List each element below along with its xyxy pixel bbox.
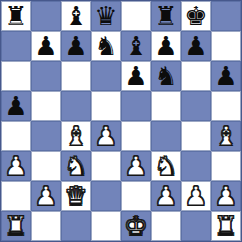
piece-white-pawn: ♟ [184,181,207,211]
piece-black-pawn: ♟ [184,31,207,61]
square-g5[interactable] [181,91,211,121]
piece-black-bishop: ♝ [124,31,147,61]
square-g7[interactable]: ♟ [181,31,211,61]
square-f5[interactable] [151,91,181,121]
square-c5[interactable] [61,91,91,121]
square-d3[interactable] [91,151,121,181]
piece-black-rook: ♜ [154,1,177,31]
square-f4[interactable] [151,121,181,151]
square-a6[interactable] [1,61,31,91]
piece-white-pawn: ♟ [214,181,237,211]
square-d2[interactable] [91,181,121,211]
piece-white-pawn: ♟ [4,151,27,181]
square-b4[interactable] [31,121,61,151]
piece-white-queen: ♛ [64,181,87,211]
square-a1[interactable]: ♜ [1,211,31,241]
square-a5[interactable]: ♟ [1,91,31,121]
square-h6[interactable]: ♟ [211,61,241,91]
square-b7[interactable]: ♟ [31,31,61,61]
piece-black-knight: ♞ [94,31,117,61]
square-f6[interactable]: ♞ [151,61,181,91]
piece-black-pawn: ♟ [154,31,177,61]
square-d8[interactable]: ♛ [91,1,121,31]
square-h3[interactable] [211,151,241,181]
piece-white-pawn: ♟ [94,121,117,151]
square-h1[interactable]: ♜ [211,211,241,241]
square-e2[interactable] [121,181,151,211]
piece-white-bishop: ♝ [214,121,237,151]
piece-black-king: ♚ [184,1,207,31]
square-d5[interactable] [91,91,121,121]
square-c1[interactable] [61,211,91,241]
square-f3[interactable]: ♞ [151,151,181,181]
square-f2[interactable]: ♟ [151,181,181,211]
square-e1[interactable]: ♚ [121,211,151,241]
square-h7[interactable] [211,31,241,61]
square-b3[interactable] [31,151,61,181]
square-f1[interactable] [151,211,181,241]
square-g8[interactable]: ♚ [181,1,211,31]
square-g4[interactable] [181,121,211,151]
square-c4[interactable]: ♝ [61,121,91,151]
piece-white-knight: ♞ [154,151,177,181]
square-e3[interactable]: ♟ [121,151,151,181]
square-c2[interactable]: ♛ [61,181,91,211]
piece-white-pawn: ♟ [154,181,177,211]
piece-black-knight: ♞ [154,61,177,91]
piece-white-king: ♚ [124,211,147,241]
square-b1[interactable] [31,211,61,241]
square-b5[interactable] [31,91,61,121]
piece-white-knight: ♞ [64,151,87,181]
piece-black-pawn: ♟ [124,61,147,91]
square-g3[interactable] [181,151,211,181]
piece-black-pawn: ♟ [64,31,87,61]
square-c7[interactable]: ♟ [61,31,91,61]
piece-white-bishop: ♝ [64,121,87,151]
square-b2[interactable]: ♟ [31,181,61,211]
square-g6[interactable] [181,61,211,91]
square-e6[interactable]: ♟ [121,61,151,91]
piece-white-pawn: ♟ [124,151,147,181]
square-f8[interactable]: ♜ [151,1,181,31]
square-h4[interactable]: ♝ [211,121,241,151]
square-h5[interactable] [211,91,241,121]
piece-black-pawn: ♟ [4,91,27,121]
piece-black-queen: ♛ [94,1,117,31]
square-a7[interactable] [1,31,31,61]
piece-white-rook: ♜ [214,211,237,241]
square-h2[interactable]: ♟ [211,181,241,211]
square-g1[interactable] [181,211,211,241]
piece-black-pawn: ♟ [214,61,237,91]
square-d1[interactable] [91,211,121,241]
square-c6[interactable] [61,61,91,91]
square-a3[interactable]: ♟ [1,151,31,181]
square-d6[interactable] [91,61,121,91]
chess-board-wrapper: ♜♝♛♜♚♟♟♞♝♟♟♟♞♟♟♝♟♝♟♞♟♞♟♛♟♟♟♜♚♜ [0,0,242,242]
piece-black-bishop: ♝ [64,1,87,31]
chess-board: ♜♝♛♜♚♟♟♞♝♟♟♟♞♟♟♝♟♝♟♞♟♞♟♛♟♟♟♜♚♜ [0,0,242,242]
square-b6[interactable] [31,61,61,91]
piece-black-rook: ♜ [4,1,27,31]
piece-white-rook: ♜ [4,211,27,241]
square-d4[interactable]: ♟ [91,121,121,151]
square-c8[interactable]: ♝ [61,1,91,31]
square-g2[interactable]: ♟ [181,181,211,211]
square-a4[interactable] [1,121,31,151]
square-e8[interactable] [121,1,151,31]
square-f7[interactable]: ♟ [151,31,181,61]
square-a2[interactable] [1,181,31,211]
square-d7[interactable]: ♞ [91,31,121,61]
square-e7[interactable]: ♝ [121,31,151,61]
square-a8[interactable]: ♜ [1,1,31,31]
square-h8[interactable] [211,1,241,31]
square-b8[interactable] [31,1,61,31]
piece-black-pawn: ♟ [34,31,57,61]
square-e5[interactable] [121,91,151,121]
piece-white-pawn: ♟ [34,181,57,211]
square-e4[interactable] [121,121,151,151]
square-c3[interactable]: ♞ [61,151,91,181]
